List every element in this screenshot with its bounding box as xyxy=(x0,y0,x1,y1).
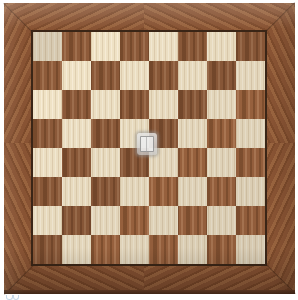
square-g7 xyxy=(207,61,236,90)
square-f8 xyxy=(178,32,207,61)
square-a4 xyxy=(33,148,62,177)
square-d6 xyxy=(120,90,149,119)
square-d8 xyxy=(120,32,149,61)
square-a8 xyxy=(33,32,62,61)
square-g3 xyxy=(207,177,236,206)
square-h4 xyxy=(236,148,265,177)
square-c5 xyxy=(91,119,120,148)
square-h3 xyxy=(236,177,265,206)
square-f7 xyxy=(178,61,207,90)
square-h5 xyxy=(236,119,265,148)
board-frame-top xyxy=(4,3,295,32)
square-g1 xyxy=(207,235,236,264)
square-h7 xyxy=(236,61,265,90)
artifact-mark xyxy=(6,295,19,300)
square-c4 xyxy=(91,148,120,177)
square-a2 xyxy=(33,206,62,235)
square-d3 xyxy=(120,177,149,206)
square-h6 xyxy=(236,90,265,119)
square-e1 xyxy=(149,235,178,264)
square-f4 xyxy=(178,148,207,177)
square-c3 xyxy=(91,177,120,206)
image-placeholder-icon-inner xyxy=(140,136,154,152)
square-f5 xyxy=(178,119,207,148)
square-b4 xyxy=(62,148,91,177)
square-c2 xyxy=(91,206,120,235)
square-b1 xyxy=(62,235,91,264)
square-b3 xyxy=(62,177,91,206)
square-g2 xyxy=(207,206,236,235)
square-b7 xyxy=(62,61,91,90)
square-b8 xyxy=(62,32,91,61)
square-c7 xyxy=(91,61,120,90)
square-e7 xyxy=(149,61,178,90)
square-h8 xyxy=(236,32,265,61)
square-d7 xyxy=(120,61,149,90)
square-b5 xyxy=(62,119,91,148)
square-f3 xyxy=(178,177,207,206)
square-c8 xyxy=(91,32,120,61)
square-a7 xyxy=(33,61,62,90)
square-d2 xyxy=(120,206,149,235)
square-a6 xyxy=(33,90,62,119)
square-e2 xyxy=(149,206,178,235)
square-g8 xyxy=(207,32,236,61)
square-g4 xyxy=(207,148,236,177)
square-b2 xyxy=(62,206,91,235)
square-d1 xyxy=(120,235,149,264)
image-placeholder-icon xyxy=(137,133,157,155)
board-frame-left xyxy=(4,3,33,294)
square-a1 xyxy=(33,235,62,264)
square-g5 xyxy=(207,119,236,148)
square-h1 xyxy=(236,235,265,264)
square-e6 xyxy=(149,90,178,119)
square-e8 xyxy=(149,32,178,61)
image-placeholder-icon-seam xyxy=(146,136,147,152)
square-h2 xyxy=(236,206,265,235)
square-f1 xyxy=(178,235,207,264)
square-e3 xyxy=(149,177,178,206)
square-b6 xyxy=(62,90,91,119)
square-a3 xyxy=(33,177,62,206)
board-frame-right xyxy=(267,3,295,294)
board-edge-shadow xyxy=(4,290,295,294)
square-g6 xyxy=(207,90,236,119)
square-a5 xyxy=(33,119,62,148)
square-f2 xyxy=(178,206,207,235)
square-f6 xyxy=(178,90,207,119)
square-c6 xyxy=(91,90,120,119)
chessboard-photo xyxy=(4,3,295,294)
square-c1 xyxy=(91,235,120,264)
